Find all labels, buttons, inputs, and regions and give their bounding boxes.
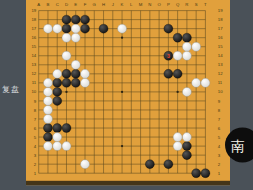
svg-text:12: 12 [31, 71, 36, 76]
black-stone-Q12[interactable] [173, 69, 182, 78]
white-stone-F11[interactable] [81, 78, 90, 87]
left-panel [0, 0, 26, 190]
go-review-app: ABCDEFGHJKLMNOPQRST191817161514131211109… [0, 0, 253, 190]
white-stone-C4[interactable] [53, 142, 62, 151]
white-stone-R15[interactable] [182, 42, 191, 51]
svg-text:19: 19 [218, 8, 223, 13]
move-marker-P14: 3 [167, 53, 170, 59]
white-stone-Q14[interactable] [173, 51, 182, 60]
svg-text:C: C [56, 2, 59, 7]
svg-text:13: 13 [218, 62, 223, 67]
black-stone-C11[interactable] [53, 78, 62, 87]
svg-text:E: E [74, 2, 77, 7]
white-stone-B8[interactable] [43, 105, 52, 114]
white-stone-D14[interactable] [62, 51, 71, 60]
white-stone-C12[interactable] [53, 69, 62, 78]
svg-text:19: 19 [31, 8, 36, 13]
svg-text:15: 15 [31, 44, 36, 49]
white-stone-F2[interactable] [81, 160, 90, 169]
black-stone-H17[interactable] [99, 24, 108, 33]
svg-text:B: B [47, 2, 50, 7]
black-stone-D18[interactable] [62, 15, 71, 24]
black-stone-P12[interactable] [164, 69, 173, 78]
svg-text:10: 10 [218, 89, 223, 94]
black-stone-P17[interactable] [164, 24, 173, 33]
white-stone-B17[interactable] [43, 24, 52, 33]
black-stone-R4[interactable] [182, 142, 191, 151]
svg-text:14: 14 [218, 53, 223, 58]
white-stone-C17[interactable] [53, 24, 62, 33]
svg-text:17: 17 [31, 26, 36, 31]
white-stone-B10[interactable] [43, 87, 52, 96]
black-stone-Q16[interactable] [173, 33, 182, 42]
svg-text:M: M [139, 2, 143, 7]
white-stone-E13[interactable] [71, 60, 80, 69]
star-point-D10 [65, 91, 67, 93]
black-stone-E18[interactable] [71, 15, 80, 24]
white-stone-R14[interactable] [182, 51, 191, 60]
review-mode-label: 复盘 [2, 84, 26, 95]
black-stone-R3[interactable] [182, 151, 191, 160]
star-point-K16 [121, 37, 123, 39]
svg-text:F: F [84, 2, 87, 7]
board-edge [24, 181, 233, 185]
black-stone-T1[interactable] [201, 169, 210, 178]
svg-text:14: 14 [31, 53, 36, 58]
white-stone-E16[interactable] [71, 33, 80, 42]
svg-text:12: 12 [218, 71, 223, 76]
white-stone-T11[interactable] [201, 78, 210, 87]
svg-text:10: 10 [31, 89, 36, 94]
svg-text:K: K [121, 2, 124, 7]
white-stone-B4[interactable] [43, 142, 52, 151]
white-stone-R5[interactable] [182, 133, 191, 142]
white-stone-Q5[interactable] [173, 133, 182, 142]
svg-text:13: 13 [31, 62, 36, 67]
white-stone-S11[interactable] [192, 78, 201, 87]
black-stone-C10[interactable] [53, 87, 62, 96]
black-stone-R16[interactable] [182, 33, 191, 42]
black-stone-D6[interactable] [62, 124, 71, 133]
white-stone-F12[interactable] [81, 69, 90, 78]
black-stone-D12[interactable] [62, 69, 71, 78]
white-stone-C5[interactable] [53, 133, 62, 142]
svg-text:11: 11 [32, 80, 37, 85]
black-stone-S1[interactable] [192, 169, 201, 178]
star-point-K10 [121, 91, 123, 93]
bottom-strip [0, 185, 253, 190]
black-stone-B6[interactable] [43, 124, 52, 133]
svg-text:S: S [195, 2, 198, 7]
white-stone-E17[interactable] [71, 24, 80, 33]
white-stone-D4[interactable] [62, 142, 71, 151]
svg-text:P: P [167, 2, 170, 7]
svg-text:N: N [148, 2, 151, 7]
black-stone-C9[interactable] [53, 96, 62, 105]
svg-text:11: 11 [218, 80, 223, 85]
svg-text:T: T [204, 2, 207, 7]
svg-text:18: 18 [218, 17, 223, 22]
svg-text:16: 16 [31, 35, 36, 40]
white-stone-B9[interactable] [43, 96, 52, 105]
svg-text:D: D [65, 2, 68, 7]
svg-text:H: H [102, 2, 105, 7]
black-stone-D11[interactable] [62, 78, 71, 87]
black-stone-F17[interactable] [81, 24, 90, 33]
go-board[interactable]: ABCDEFGHJKLMNOPQRST191817161514131211109… [0, 0, 253, 190]
svg-text:16: 16 [218, 35, 223, 40]
black-stone-P2[interactable] [164, 160, 173, 169]
black-stone-N2[interactable] [145, 160, 154, 169]
svg-text:17: 17 [218, 26, 223, 31]
star-point-K4 [121, 145, 123, 147]
svg-text:18: 18 [31, 17, 36, 22]
white-stone-B7[interactable] [43, 114, 52, 123]
svg-text:A: A [37, 2, 40, 7]
black-stone-F18[interactable] [81, 15, 90, 24]
black-stone-E11[interactable] [71, 78, 80, 87]
black-stone-B5[interactable] [43, 133, 52, 142]
black-stone-C6[interactable] [53, 124, 62, 133]
white-stone-D16[interactable] [62, 33, 71, 42]
star-point-Q10 [176, 91, 178, 93]
svg-text:J: J [112, 2, 114, 7]
black-stone-D17[interactable] [62, 24, 71, 33]
white-stone-R10[interactable] [182, 87, 191, 96]
black-stone-E12[interactable] [71, 69, 80, 78]
svg-text:15: 15 [218, 44, 223, 49]
seal-badge-text: 南 [231, 139, 245, 154]
white-stone-Q4[interactable] [173, 142, 182, 151]
white-stone-K17[interactable] [118, 24, 127, 33]
white-stone-S15[interactable] [192, 42, 201, 51]
white-stone-B11[interactable] [43, 78, 52, 87]
svg-text:R: R [185, 2, 188, 7]
